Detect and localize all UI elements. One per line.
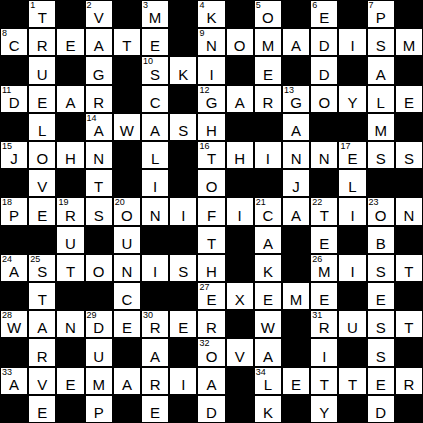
black-cell-r12c9 bbox=[226, 310, 254, 338]
cell-letter: E bbox=[57, 38, 83, 53]
cell-r14c5[interactable]: A bbox=[113, 367, 141, 395]
cell-r4c1[interactable]: 11D bbox=[0, 85, 28, 113]
cell-r11c12[interactable]: E bbox=[310, 282, 338, 310]
black-cell-r11c1 bbox=[0, 282, 28, 310]
cell-r13c4[interactable]: U bbox=[85, 338, 113, 366]
cell-letter: E bbox=[311, 236, 337, 251]
cell-r6c6[interactable]: L bbox=[141, 141, 169, 169]
cell-r2c1[interactable]: 8C bbox=[0, 28, 28, 56]
cell-r13c6[interactable]: A bbox=[141, 338, 169, 366]
cell-r2c15[interactable]: M bbox=[395, 28, 423, 56]
cell-letter: S bbox=[29, 264, 55, 279]
cell-r12c10[interactable]: W bbox=[254, 310, 282, 338]
cell-letter: V bbox=[227, 349, 253, 364]
cell-r2c3[interactable]: E bbox=[56, 28, 84, 56]
cell-r2c4[interactable]: A bbox=[85, 28, 113, 56]
cell-r2c12[interactable]: D bbox=[310, 28, 338, 56]
black-cell-r7c10 bbox=[254, 169, 282, 197]
cell-r4c13[interactable]: Y bbox=[338, 85, 366, 113]
cell-r6c10[interactable]: I bbox=[254, 141, 282, 169]
cell-r8c8[interactable]: F bbox=[197, 197, 225, 225]
cell-r11c8[interactable]: 27E bbox=[197, 282, 225, 310]
black-cell-r15c15 bbox=[395, 395, 423, 423]
cell-letter: V bbox=[86, 10, 112, 25]
cell-r11c14[interactable]: E bbox=[367, 282, 395, 310]
cell-letter: D bbox=[311, 38, 337, 53]
black-cell-r11c7 bbox=[169, 282, 197, 310]
cell-r4c15[interactable]: E bbox=[395, 85, 423, 113]
cell-r14c4[interactable]: M bbox=[85, 367, 113, 395]
cell-letter: M bbox=[368, 123, 394, 138]
cell-r8c13[interactable]: I bbox=[338, 197, 366, 225]
cell-letter: O bbox=[198, 179, 224, 194]
black-cell-r15c13 bbox=[338, 395, 366, 423]
cell-letter: P bbox=[86, 405, 112, 420]
black-cell-r4c5 bbox=[113, 85, 141, 113]
cell-letter: G bbox=[86, 67, 112, 82]
black-cell-r1c15 bbox=[395, 0, 423, 28]
black-cell-r13c5 bbox=[113, 338, 141, 366]
cell-letter: D bbox=[86, 320, 112, 335]
cell-r14c3[interactable]: E bbox=[56, 367, 84, 395]
cell-r8c3[interactable]: 19R bbox=[56, 197, 84, 225]
cell-letter: H bbox=[198, 264, 224, 279]
black-cell-r3c9 bbox=[226, 56, 254, 84]
black-cell-r5c15 bbox=[395, 113, 423, 141]
cell-letter: H bbox=[227, 151, 253, 166]
black-cell-r9c11 bbox=[282, 226, 310, 254]
cell-r7c6[interactable]: I bbox=[141, 169, 169, 197]
cell-letter: B bbox=[368, 236, 394, 251]
cell-r10c14[interactable]: S bbox=[367, 254, 395, 282]
black-cell-r10c9 bbox=[226, 254, 254, 282]
black-cell-r6c5 bbox=[113, 141, 141, 169]
cell-letter: A bbox=[29, 320, 55, 335]
cell-letter: E bbox=[255, 67, 281, 82]
cell-letter: E bbox=[114, 320, 140, 335]
cell-letter: I bbox=[255, 151, 281, 166]
cell-r8c4[interactable]: S bbox=[85, 197, 113, 225]
cell-r12c12[interactable]: 31R bbox=[310, 310, 338, 338]
cell-r2c10[interactable]: M bbox=[254, 28, 282, 56]
cell-letter: I bbox=[170, 377, 196, 392]
cell-r14c8[interactable]: A bbox=[197, 367, 225, 395]
cell-r12c6[interactable]: 30R bbox=[141, 310, 169, 338]
cell-r8c10[interactable]: 21C bbox=[254, 197, 282, 225]
cell-letter: T bbox=[57, 264, 83, 279]
cell-r9c12[interactable]: E bbox=[310, 226, 338, 254]
cell-r3c6[interactable]: 10S bbox=[141, 56, 169, 84]
cell-r10c3[interactable]: T bbox=[56, 254, 84, 282]
cell-r15c10[interactable]: K bbox=[254, 395, 282, 423]
black-cell-r7c5 bbox=[113, 169, 141, 197]
cell-r12c3[interactable]: N bbox=[56, 310, 84, 338]
cell-letter: R bbox=[396, 377, 422, 392]
black-cell-r9c7 bbox=[169, 226, 197, 254]
cell-letter: A bbox=[114, 377, 140, 392]
cell-letter: S bbox=[142, 67, 168, 82]
cell-r4c8[interactable]: 12G bbox=[197, 85, 225, 113]
black-cell-r11c4 bbox=[85, 282, 113, 310]
cell-letter: A bbox=[86, 123, 112, 138]
cell-letter: I bbox=[311, 349, 337, 364]
black-cell-r10c11 bbox=[282, 254, 310, 282]
cell-r12c4[interactable]: 29D bbox=[85, 310, 113, 338]
cell-letter: D bbox=[368, 405, 394, 420]
cell-letter: A bbox=[283, 208, 309, 223]
cell-r12c5[interactable]: E bbox=[113, 310, 141, 338]
cell-r14c10[interactable]: 34L bbox=[254, 367, 282, 395]
cell-letter: A bbox=[142, 123, 168, 138]
cell-letter: N bbox=[311, 151, 337, 166]
cell-r15c12[interactable]: Y bbox=[310, 395, 338, 423]
cell-letter: E bbox=[57, 377, 83, 392]
cell-r10c10[interactable]: K bbox=[254, 254, 282, 282]
cell-r14c11[interactable]: E bbox=[282, 367, 310, 395]
black-cell-r14c9 bbox=[226, 367, 254, 395]
cell-letter: R bbox=[57, 208, 83, 223]
cell-letter: I bbox=[198, 67, 224, 82]
black-cell-r2c7 bbox=[169, 28, 197, 56]
cell-r4c12[interactable]: O bbox=[310, 85, 338, 113]
cell-r5c2[interactable]: L bbox=[28, 113, 56, 141]
cell-letter: D bbox=[311, 67, 337, 82]
cell-letter: S bbox=[170, 264, 196, 279]
cell-r12c13[interactable]: U bbox=[338, 310, 366, 338]
cell-r13c14[interactable]: S bbox=[367, 338, 395, 366]
cell-letter: E bbox=[283, 377, 309, 392]
cell-r10c1[interactable]: 24A bbox=[0, 254, 28, 282]
cell-r14c7[interactable]: I bbox=[169, 367, 197, 395]
cell-letter: U bbox=[29, 67, 55, 82]
cell-letter: K bbox=[198, 10, 224, 25]
cell-r2c6[interactable]: E bbox=[141, 28, 169, 56]
cell-r12c8[interactable]: R bbox=[197, 310, 225, 338]
black-cell-r3c13 bbox=[338, 56, 366, 84]
cell-r8c14[interactable]: 23O bbox=[367, 197, 395, 225]
cell-letter: A bbox=[255, 236, 281, 251]
black-cell-r13c15 bbox=[395, 338, 423, 366]
cell-letter: S bbox=[368, 151, 394, 166]
cell-r2c13[interactable]: I bbox=[338, 28, 366, 56]
cell-letter: T bbox=[114, 38, 140, 53]
cell-letter: E bbox=[170, 320, 196, 335]
black-cell-r1c5 bbox=[113, 0, 141, 28]
cell-letter: J bbox=[1, 151, 27, 166]
cell-r10c6[interactable]: I bbox=[141, 254, 169, 282]
cell-r5c8[interactable]: H bbox=[197, 113, 225, 141]
cell-r2c9[interactable]: O bbox=[226, 28, 254, 56]
cell-r1c14[interactable]: 7P bbox=[367, 0, 395, 28]
cell-r10c7[interactable]: S bbox=[169, 254, 197, 282]
black-cell-r13c13 bbox=[338, 338, 366, 366]
black-cell-r6c7 bbox=[169, 141, 197, 169]
cell-r12c15[interactable]: T bbox=[395, 310, 423, 338]
cell-r8c2[interactable]: E bbox=[28, 197, 56, 225]
cell-r13c2[interactable]: R bbox=[28, 338, 56, 366]
cell-r10c2[interactable]: 25S bbox=[28, 254, 56, 282]
cell-r10c4[interactable]: O bbox=[85, 254, 113, 282]
cell-r8c12[interactable]: 22T bbox=[310, 197, 338, 225]
cell-r6c13[interactable]: 17E bbox=[338, 141, 366, 169]
cell-r15c2[interactable]: E bbox=[28, 395, 56, 423]
black-cell-r5c3 bbox=[56, 113, 84, 141]
cell-letter: J bbox=[283, 179, 309, 194]
cell-letter: R bbox=[255, 95, 281, 110]
cell-r3c2[interactable]: U bbox=[28, 56, 56, 84]
cell-letter: I bbox=[339, 264, 365, 279]
cell-r2c8[interactable]: 9N bbox=[197, 28, 225, 56]
cell-r11c9[interactable]: X bbox=[226, 282, 254, 310]
cell-letter: P bbox=[1, 208, 27, 223]
cell-r7c11[interactable]: J bbox=[282, 169, 310, 197]
cell-r7c8[interactable]: O bbox=[197, 169, 225, 197]
cell-r5c7[interactable]: S bbox=[169, 113, 197, 141]
cell-letter: U bbox=[86, 349, 112, 364]
cell-r2c14[interactable]: S bbox=[367, 28, 395, 56]
cell-letter: X bbox=[227, 292, 253, 307]
cell-letter: A bbox=[283, 38, 309, 53]
cell-r8c9[interactable]: I bbox=[226, 197, 254, 225]
cell-r4c14[interactable]: L bbox=[367, 85, 395, 113]
cell-r12c14[interactable]: S bbox=[367, 310, 395, 338]
cell-letter: S bbox=[368, 349, 394, 364]
cell-r15c4[interactable]: P bbox=[85, 395, 113, 423]
black-cell-r3c5 bbox=[113, 56, 141, 84]
black-cell-r5c1 bbox=[0, 113, 28, 141]
cell-r6c1[interactable]: 15J bbox=[0, 141, 28, 169]
cell-letter: R bbox=[29, 38, 55, 53]
cell-letter: R bbox=[198, 320, 224, 335]
cell-letter: I bbox=[142, 179, 168, 194]
cell-letter: O bbox=[198, 349, 224, 364]
black-cell-r3c15 bbox=[395, 56, 423, 84]
black-cell-r12c11 bbox=[282, 310, 310, 338]
black-cell-r15c1 bbox=[0, 395, 28, 423]
cell-r7c4[interactable]: T bbox=[85, 169, 113, 197]
cell-r5c6[interactable]: A bbox=[141, 113, 169, 141]
black-cell-r13c3 bbox=[56, 338, 84, 366]
cell-r15c8[interactable]: D bbox=[197, 395, 225, 423]
black-cell-r3c1 bbox=[0, 56, 28, 84]
black-cell-r5c10 bbox=[254, 113, 282, 141]
cell-r2c2[interactable]: R bbox=[28, 28, 56, 56]
cell-r11c5[interactable]: C bbox=[113, 282, 141, 310]
cell-letter: U bbox=[57, 236, 83, 251]
cell-letter: A bbox=[368, 67, 394, 82]
cell-letter: R bbox=[29, 349, 55, 364]
cell-r14c14[interactable]: E bbox=[367, 367, 395, 395]
black-cell-r15c7 bbox=[169, 395, 197, 423]
cell-letter: D bbox=[198, 405, 224, 420]
black-cell-r15c11 bbox=[282, 395, 310, 423]
cell-letter: K bbox=[255, 405, 281, 420]
cell-letter: U bbox=[114, 236, 140, 251]
cell-r6c8[interactable]: 16T bbox=[197, 141, 225, 169]
cell-letter: N bbox=[114, 264, 140, 279]
cell-r11c10[interactable]: E bbox=[254, 282, 282, 310]
cell-letter: N bbox=[283, 151, 309, 166]
cell-r9c8[interactable]: T bbox=[197, 226, 225, 254]
cell-r8c5[interactable]: 20O bbox=[113, 197, 141, 225]
cell-r9c3[interactable]: U bbox=[56, 226, 84, 254]
cell-r12c2[interactable]: A bbox=[28, 310, 56, 338]
cell-r6c12[interactable]: N bbox=[310, 141, 338, 169]
cell-letter: N bbox=[57, 320, 83, 335]
cell-r10c12[interactable]: 26M bbox=[310, 254, 338, 282]
cell-r14c13[interactable]: T bbox=[338, 367, 366, 395]
cell-r8c1[interactable]: 18P bbox=[0, 197, 28, 225]
cell-r4c10[interactable]: R bbox=[254, 85, 282, 113]
cell-letter: A bbox=[142, 349, 168, 364]
cell-r6c15[interactable]: S bbox=[395, 141, 423, 169]
cell-r4c9[interactable]: A bbox=[226, 85, 254, 113]
cell-r14c2[interactable]: V bbox=[28, 367, 56, 395]
cell-r8c6[interactable]: N bbox=[141, 197, 169, 225]
cell-letter: A bbox=[227, 95, 253, 110]
cell-r10c8[interactable]: H bbox=[197, 254, 225, 282]
black-cell-r9c2 bbox=[28, 226, 56, 254]
black-cell-r5c13 bbox=[338, 113, 366, 141]
black-cell-r7c15 bbox=[395, 169, 423, 197]
cell-letter: M bbox=[283, 292, 309, 307]
black-cell-r9c4 bbox=[85, 226, 113, 254]
cell-letter: T bbox=[339, 377, 365, 392]
cell-r1c6[interactable]: 3M bbox=[141, 0, 169, 28]
cell-r9c14[interactable]: B bbox=[367, 226, 395, 254]
black-cell-r13c7 bbox=[169, 338, 197, 366]
cell-r8c7[interactable]: I bbox=[169, 197, 197, 225]
cell-letter: N bbox=[396, 208, 422, 223]
cell-r6c2[interactable]: O bbox=[28, 141, 56, 169]
cell-r15c14[interactable]: D bbox=[367, 395, 395, 423]
cell-letter: O bbox=[368, 208, 394, 223]
cell-r5c5[interactable]: W bbox=[113, 113, 141, 141]
cell-letter: O bbox=[86, 264, 112, 279]
cell-r15c6[interactable]: E bbox=[141, 395, 169, 423]
cell-r14c15[interactable]: R bbox=[395, 367, 423, 395]
cell-r1c4[interactable]: 2V bbox=[85, 0, 113, 28]
cell-letter: S bbox=[368, 320, 394, 335]
black-cell-r1c11 bbox=[282, 0, 310, 28]
cell-letter: E bbox=[142, 38, 168, 53]
cell-r3c4[interactable]: G bbox=[85, 56, 113, 84]
black-cell-r11c13 bbox=[338, 282, 366, 310]
cell-r4c6[interactable]: C bbox=[141, 85, 169, 113]
cell-letter: I bbox=[339, 38, 365, 53]
cell-letter: Y bbox=[311, 405, 337, 420]
cell-r14c6[interactable]: R bbox=[141, 367, 169, 395]
cell-r3c10[interactable]: E bbox=[254, 56, 282, 84]
black-cell-r3c3 bbox=[56, 56, 84, 84]
cell-r1c2[interactable]: 1T bbox=[28, 0, 56, 28]
cell-r13c8[interactable]: 32O bbox=[197, 338, 225, 366]
cell-r4c3[interactable]: A bbox=[56, 85, 84, 113]
cell-letter: M bbox=[311, 264, 337, 279]
cell-letter: T bbox=[29, 292, 55, 307]
cell-r4c4[interactable]: R bbox=[85, 85, 113, 113]
cell-r2c5[interactable]: T bbox=[113, 28, 141, 56]
cell-letter: S bbox=[170, 123, 196, 138]
cell-r3c14[interactable]: A bbox=[367, 56, 395, 84]
cell-r9c10[interactable]: A bbox=[254, 226, 282, 254]
cell-letter: E bbox=[396, 95, 422, 110]
cell-r4c11[interactable]: 13G bbox=[282, 85, 310, 113]
cell-r5c11[interactable]: A bbox=[282, 113, 310, 141]
cell-r3c8[interactable]: I bbox=[197, 56, 225, 84]
cell-letter: L bbox=[255, 377, 281, 392]
cell-r6c9[interactable]: H bbox=[226, 141, 254, 169]
cell-r13c10[interactable]: A bbox=[254, 338, 282, 366]
cell-r6c4[interactable]: N bbox=[85, 141, 113, 169]
cell-letter: T bbox=[198, 151, 224, 166]
cell-r6c11[interactable]: N bbox=[282, 141, 310, 169]
black-cell-r5c9 bbox=[226, 113, 254, 141]
cell-letter: D bbox=[1, 95, 27, 110]
cell-r13c9[interactable]: V bbox=[226, 338, 254, 366]
cell-r6c14[interactable]: S bbox=[367, 141, 395, 169]
cell-r10c5[interactable]: N bbox=[113, 254, 141, 282]
cell-r5c14[interactable]: M bbox=[367, 113, 395, 141]
cell-r1c8[interactable]: 4K bbox=[197, 0, 225, 28]
cell-r14c1[interactable]: 33A bbox=[0, 367, 28, 395]
cell-r1c12[interactable]: 6E bbox=[310, 0, 338, 28]
black-cell-r9c1 bbox=[0, 226, 28, 254]
cell-letter: S bbox=[396, 151, 422, 166]
cell-r3c7[interactable]: K bbox=[169, 56, 197, 84]
cell-r5c4[interactable]: 14A bbox=[85, 113, 113, 141]
black-cell-r15c9 bbox=[226, 395, 254, 423]
cell-letter: T bbox=[396, 264, 422, 279]
cell-r8c15[interactable]: N bbox=[395, 197, 423, 225]
cell-r12c1[interactable]: 28W bbox=[0, 310, 28, 338]
cell-r2c11[interactable]: A bbox=[282, 28, 310, 56]
cell-r10c13[interactable]: I bbox=[338, 254, 366, 282]
cell-letter: L bbox=[29, 123, 55, 138]
cell-letter: E bbox=[29, 95, 55, 110]
cell-r7c2[interactable]: V bbox=[28, 169, 56, 197]
black-cell-r1c1 bbox=[0, 0, 28, 28]
black-cell-r15c5 bbox=[113, 395, 141, 423]
cell-letter: I bbox=[170, 208, 196, 223]
black-cell-r15c3 bbox=[56, 395, 84, 423]
cell-letter: O bbox=[29, 151, 55, 166]
cell-r9c5[interactable]: U bbox=[113, 226, 141, 254]
cell-letter: E bbox=[311, 10, 337, 25]
cell-letter: O bbox=[227, 38, 253, 53]
cell-r1c10[interactable]: 5O bbox=[254, 0, 282, 28]
cell-r6c3[interactable]: H bbox=[56, 141, 84, 169]
cell-letter: I bbox=[227, 208, 253, 223]
cell-r8c11[interactable]: A bbox=[282, 197, 310, 225]
cell-r12c7[interactable]: E bbox=[169, 310, 197, 338]
cell-r3c12[interactable]: D bbox=[310, 56, 338, 84]
cell-r13c12[interactable]: I bbox=[310, 338, 338, 366]
cell-r14c12[interactable]: T bbox=[310, 367, 338, 395]
cell-letter: M bbox=[396, 38, 422, 53]
cell-letter: S bbox=[86, 208, 112, 223]
cell-r7c13[interactable]: L bbox=[338, 169, 366, 197]
cell-letter: K bbox=[255, 264, 281, 279]
cell-letter: Y bbox=[339, 95, 365, 110]
cell-letter: E bbox=[255, 292, 281, 307]
cell-r11c11[interactable]: M bbox=[282, 282, 310, 310]
cell-letter: T bbox=[29, 10, 55, 25]
cell-r11c2[interactable]: T bbox=[28, 282, 56, 310]
cell-letter: P bbox=[368, 10, 394, 25]
cell-r4c2[interactable]: E bbox=[28, 85, 56, 113]
cell-r10c15[interactable]: T bbox=[395, 254, 423, 282]
